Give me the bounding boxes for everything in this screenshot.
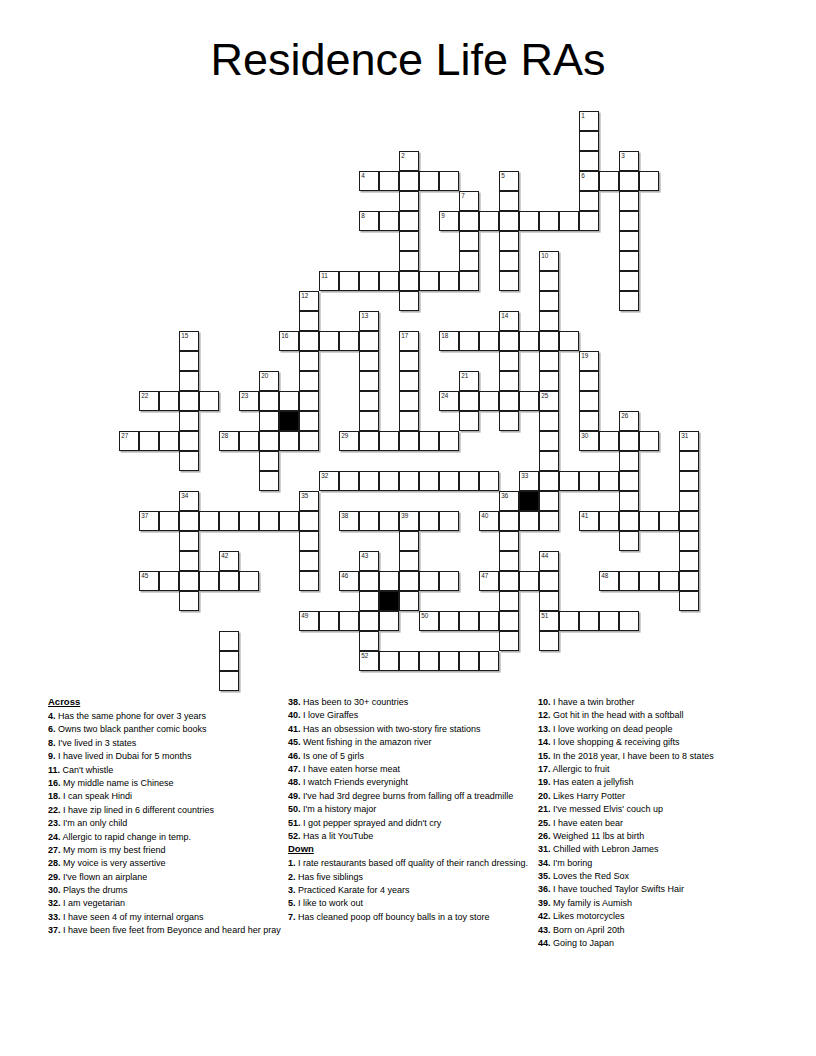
clue-24-across: 24. Allergic to rapid change in temp. bbox=[48, 832, 293, 843]
clue-20-down: 20. Likes Harry Potter bbox=[538, 791, 810, 802]
grid-cell[interactable] bbox=[399, 391, 419, 411]
grid-cell[interactable] bbox=[299, 311, 319, 331]
grid-cell[interactable]: 51 bbox=[539, 611, 559, 631]
grid-cell[interactable]: 27 bbox=[119, 431, 139, 451]
grid-cell[interactable] bbox=[619, 611, 639, 631]
grid-cell[interactable] bbox=[459, 231, 479, 251]
cell-number: 34 bbox=[181, 493, 188, 499]
grid-cell[interactable] bbox=[359, 411, 379, 431]
cell-number: 39 bbox=[401, 513, 408, 519]
grid-cell[interactable]: 42 bbox=[219, 551, 239, 571]
grid-cell[interactable] bbox=[399, 211, 419, 231]
grid-cell[interactable] bbox=[179, 451, 199, 471]
grid-cell[interactable]: 12 bbox=[299, 291, 319, 311]
grid-cell[interactable] bbox=[539, 331, 559, 351]
grid-cell[interactable]: 20 bbox=[259, 371, 279, 391]
grid-cell[interactable] bbox=[339, 611, 359, 631]
grid-cell[interactable] bbox=[619, 571, 639, 591]
grid-cell[interactable] bbox=[399, 351, 419, 371]
grid-cell[interactable] bbox=[559, 471, 579, 491]
grid-cell[interactable] bbox=[239, 571, 259, 591]
grid-cell[interactable] bbox=[579, 471, 599, 491]
grid-cell[interactable] bbox=[619, 471, 639, 491]
grid-cell[interactable] bbox=[579, 391, 599, 411]
grid-cell[interactable] bbox=[179, 411, 199, 431]
grid-cell[interactable] bbox=[579, 211, 599, 231]
grid-cell[interactable] bbox=[379, 271, 399, 291]
grid-cell[interactable] bbox=[399, 191, 419, 211]
grid-cell[interactable] bbox=[419, 511, 439, 531]
grid-cell[interactable]: 21 bbox=[459, 371, 479, 391]
grid-cell[interactable] bbox=[619, 451, 639, 471]
clue-number: 3. bbox=[288, 885, 296, 895]
grid-cell[interactable] bbox=[379, 651, 399, 671]
grid-cell[interactable] bbox=[419, 571, 439, 591]
grid-cell[interactable] bbox=[499, 571, 519, 591]
grid-cell[interactable] bbox=[439, 431, 459, 451]
grid-cell[interactable] bbox=[539, 291, 559, 311]
grid-cell[interactable] bbox=[179, 571, 199, 591]
grid-cell[interactable] bbox=[399, 571, 419, 591]
grid-cell[interactable] bbox=[179, 391, 199, 411]
grid-cell[interactable] bbox=[639, 571, 659, 591]
grid-cell[interactable] bbox=[439, 471, 459, 491]
clue-number: 29. bbox=[48, 872, 61, 882]
grid-cell[interactable] bbox=[539, 631, 559, 651]
grid-cell[interactable]: 9 bbox=[439, 211, 459, 231]
grid-cell[interactable] bbox=[499, 331, 519, 351]
grid-cell[interactable]: 30 bbox=[579, 431, 599, 451]
grid-cell[interactable] bbox=[539, 591, 559, 611]
grid-cell[interactable]: 4 bbox=[359, 171, 379, 191]
grid-cell[interactable] bbox=[579, 151, 599, 171]
grid-cell[interactable] bbox=[279, 511, 299, 531]
grid-cell[interactable]: 41 bbox=[579, 511, 599, 531]
grid-cell[interactable] bbox=[239, 431, 259, 451]
grid-cell[interactable] bbox=[399, 251, 419, 271]
grid-cell[interactable]: 5 bbox=[499, 171, 519, 191]
grid-cell[interactable] bbox=[539, 271, 559, 291]
grid-cell[interactable] bbox=[419, 651, 439, 671]
clue-34-down: 34. I'm boring bbox=[538, 858, 810, 869]
grid-cell[interactable] bbox=[339, 331, 359, 351]
grid-cell[interactable] bbox=[539, 571, 559, 591]
grid-cell[interactable] bbox=[499, 591, 519, 611]
grid-cell[interactable] bbox=[379, 211, 399, 231]
grid-cell[interactable]: 32 bbox=[319, 471, 339, 491]
grid-cell[interactable] bbox=[399, 651, 419, 671]
grid-cell[interactable]: 28 bbox=[219, 431, 239, 451]
grid-cell[interactable] bbox=[679, 511, 699, 531]
grid-cell[interactable] bbox=[179, 511, 199, 531]
grid-cell[interactable] bbox=[359, 631, 379, 651]
grid-cell[interactable] bbox=[679, 471, 699, 491]
grid-cell[interactable] bbox=[519, 511, 539, 531]
grid-cell[interactable] bbox=[219, 571, 239, 591]
grid-cell[interactable] bbox=[439, 611, 459, 631]
grid-cell[interactable] bbox=[359, 471, 379, 491]
grid-cell[interactable] bbox=[679, 551, 699, 571]
grid-cell[interactable] bbox=[539, 411, 559, 431]
grid-cell[interactable] bbox=[359, 391, 379, 411]
grid-cell[interactable]: 35 bbox=[299, 491, 319, 511]
clue-number: 27. bbox=[48, 845, 61, 855]
grid-cell[interactable] bbox=[399, 411, 419, 431]
grid-cell[interactable] bbox=[619, 271, 639, 291]
grid-cell[interactable] bbox=[299, 411, 319, 431]
clue-number: 23. bbox=[48, 818, 61, 828]
grid-cell[interactable] bbox=[559, 211, 579, 231]
grid-cell[interactable]: 19 bbox=[579, 351, 599, 371]
cell-number: 29 bbox=[341, 433, 348, 439]
clue-number: 49. bbox=[288, 791, 301, 801]
grid-cell[interactable] bbox=[579, 411, 599, 431]
grid-cell[interactable] bbox=[559, 611, 579, 631]
grid-cell[interactable] bbox=[159, 391, 179, 411]
grid-cell[interactable] bbox=[619, 191, 639, 211]
clue-38-across: 38. Has been to 30+ countries bbox=[288, 697, 540, 708]
grid-cell[interactable] bbox=[379, 611, 399, 631]
grid-cell[interactable] bbox=[579, 131, 599, 151]
grid-cell[interactable] bbox=[619, 491, 639, 511]
grid-cell[interactable] bbox=[459, 251, 479, 271]
grid-cell[interactable] bbox=[499, 611, 519, 631]
grid-cell[interactable] bbox=[379, 471, 399, 491]
grid-cell[interactable] bbox=[399, 371, 419, 391]
grid-cell[interactable]: 45 bbox=[139, 571, 159, 591]
grid-cell[interactable] bbox=[279, 431, 299, 451]
clue-10-down: 10. I have a twin brother bbox=[538, 697, 810, 708]
grid-cell[interactable] bbox=[599, 171, 619, 191]
grid-cell[interactable] bbox=[519, 211, 539, 231]
grid-cell[interactable]: 34 bbox=[179, 491, 199, 511]
grid-cell[interactable] bbox=[399, 471, 419, 491]
grid-cell[interactable] bbox=[459, 391, 479, 411]
grid-cell[interactable] bbox=[299, 351, 319, 371]
clue-11-across: 11. Can't whistle bbox=[48, 765, 293, 776]
grid-cell[interactable] bbox=[619, 171, 639, 191]
clue-40-across: 40. I love Giraffes bbox=[288, 710, 540, 721]
clue-6-across: 6. Owns two black panther comic books bbox=[48, 724, 293, 735]
grid-cell[interactable] bbox=[359, 331, 379, 351]
cell-number: 10 bbox=[541, 253, 548, 259]
grid-cell[interactable] bbox=[359, 271, 379, 291]
grid-cell[interactable] bbox=[259, 411, 279, 431]
clue-number: 22. bbox=[48, 805, 61, 815]
grid-cell[interactable] bbox=[499, 251, 519, 271]
grid-cell[interactable] bbox=[399, 171, 419, 191]
grid-cell[interactable] bbox=[539, 511, 559, 531]
grid-cell[interactable]: 38 bbox=[339, 511, 359, 531]
grid-cell[interactable]: 29 bbox=[339, 431, 359, 451]
grid-cell[interactable] bbox=[359, 351, 379, 371]
grid-cell[interactable] bbox=[499, 211, 519, 231]
grid-cell[interactable] bbox=[279, 391, 299, 411]
grid-cell[interactable] bbox=[399, 291, 419, 311]
grid-cell[interactable] bbox=[539, 451, 559, 471]
grid-cell[interactable] bbox=[439, 511, 459, 531]
grid-cell[interactable] bbox=[439, 171, 459, 191]
grid-cell[interactable] bbox=[419, 471, 439, 491]
grid-cell[interactable] bbox=[219, 511, 239, 531]
grid-cell[interactable] bbox=[619, 531, 639, 551]
clue-25-down: 25. I have eaten bear bbox=[538, 818, 810, 829]
grid-cell[interactable]: 50 bbox=[419, 611, 439, 631]
grid-cell[interactable] bbox=[639, 511, 659, 531]
grid-cell[interactable] bbox=[619, 431, 639, 451]
grid-cell[interactable] bbox=[499, 511, 519, 531]
clue-list-across-2: 38. Has been to 30+ countries40. I love … bbox=[288, 697, 540, 842]
grid-cell[interactable] bbox=[439, 271, 459, 291]
grid-cell[interactable] bbox=[359, 571, 379, 591]
grid-cell[interactable] bbox=[579, 371, 599, 391]
grid-cell[interactable]: 26 bbox=[619, 411, 639, 431]
grid-cell[interactable]: 49 bbox=[299, 611, 319, 631]
grid-cell[interactable] bbox=[679, 451, 699, 471]
grid-cell[interactable] bbox=[359, 371, 379, 391]
clue-number: 36. bbox=[538, 884, 551, 894]
grid-cell[interactable] bbox=[199, 511, 219, 531]
grid-cell[interactable] bbox=[459, 651, 479, 671]
grid-cell[interactable] bbox=[479, 471, 499, 491]
grid-cell[interactable] bbox=[679, 571, 699, 591]
grid-cell[interactable] bbox=[499, 351, 519, 371]
grid-cell[interactable] bbox=[259, 391, 279, 411]
grid-cell[interactable] bbox=[499, 631, 519, 651]
grid-cell[interactable]: 6 bbox=[579, 171, 599, 191]
grid-cell[interactable] bbox=[179, 371, 199, 391]
grid-cell[interactable] bbox=[319, 611, 339, 631]
grid-cell[interactable] bbox=[679, 531, 699, 551]
grid-cell[interactable] bbox=[479, 331, 499, 351]
grid-cell[interactable]: 52 bbox=[359, 651, 379, 671]
grid-cell[interactable]: 10 bbox=[539, 251, 559, 271]
grid-cell[interactable] bbox=[299, 331, 319, 351]
grid-cell[interactable]: 31 bbox=[679, 431, 699, 451]
grid-cell[interactable] bbox=[519, 391, 539, 411]
grid-cell[interactable] bbox=[359, 611, 379, 631]
grid-cell[interactable] bbox=[639, 431, 659, 451]
grid-cell[interactable] bbox=[459, 411, 479, 431]
grid-cell[interactable] bbox=[599, 471, 619, 491]
grid-cell[interactable] bbox=[499, 231, 519, 251]
grid-cell[interactable] bbox=[259, 471, 279, 491]
grid-cell[interactable] bbox=[519, 331, 539, 351]
grid-cell[interactable]: 37 bbox=[139, 511, 159, 531]
grid-cell[interactable] bbox=[639, 171, 659, 191]
grid-cell[interactable] bbox=[319, 331, 339, 351]
grid-cell[interactable] bbox=[659, 571, 679, 591]
clue-number: 17. bbox=[538, 764, 551, 774]
grid-cell[interactable] bbox=[499, 411, 519, 431]
grid-cell[interactable] bbox=[199, 391, 219, 411]
grid-cell[interactable] bbox=[179, 351, 199, 371]
grid-cell[interactable] bbox=[159, 431, 179, 451]
clue-list-down-1: 1. I rate restaurants based off quality … bbox=[288, 858, 540, 922]
grid-cell[interactable]: 39 bbox=[399, 511, 419, 531]
clue-number: 24. bbox=[48, 832, 61, 842]
clue-14-down: 14. I love shopping & receiving gifts bbox=[538, 737, 810, 748]
grid-cell[interactable] bbox=[379, 171, 399, 191]
grid-cell[interactable] bbox=[579, 611, 599, 631]
grid-cell[interactable] bbox=[179, 531, 199, 551]
grid-cell[interactable] bbox=[179, 551, 199, 571]
grid-cell[interactable]: 7 bbox=[459, 191, 479, 211]
grid-cell[interactable] bbox=[359, 591, 379, 611]
grid-cell[interactable] bbox=[619, 231, 639, 251]
grid-cell[interactable] bbox=[679, 491, 699, 511]
grid-cell[interactable] bbox=[299, 531, 319, 551]
cell-number: 33 bbox=[521, 473, 528, 479]
grid-cell[interactable] bbox=[539, 371, 559, 391]
grid-cell[interactable] bbox=[399, 231, 419, 251]
grid-cell[interactable] bbox=[419, 171, 439, 191]
grid-cell[interactable] bbox=[619, 291, 639, 311]
grid-cell[interactable] bbox=[379, 511, 399, 531]
clue-number: 43. bbox=[538, 925, 551, 935]
grid-cell[interactable] bbox=[399, 591, 419, 611]
grid-cell[interactable] bbox=[239, 511, 259, 531]
grid-cell[interactable]: 24 bbox=[439, 391, 459, 411]
grid-cell[interactable] bbox=[179, 431, 199, 451]
grid-cell[interactable] bbox=[619, 211, 639, 231]
grid-cell[interactable] bbox=[559, 331, 579, 351]
grid-cell[interactable] bbox=[539, 351, 559, 371]
clue-number: 16. bbox=[48, 778, 61, 788]
grid-cell[interactable] bbox=[459, 271, 479, 291]
grid-cell[interactable]: 16 bbox=[279, 331, 299, 351]
grid-cell[interactable] bbox=[419, 271, 439, 291]
grid-cell[interactable] bbox=[539, 491, 559, 511]
grid-cell[interactable]: 40 bbox=[479, 511, 499, 531]
grid-cell[interactable]: 15 bbox=[179, 331, 199, 351]
grid-cell[interactable]: 13 bbox=[359, 311, 379, 331]
grid-cell[interactable] bbox=[299, 391, 319, 411]
grid-cell[interactable] bbox=[419, 431, 439, 451]
grid-cell[interactable] bbox=[299, 431, 319, 451]
cell-number: 14 bbox=[501, 313, 508, 319]
grid-cell[interactable] bbox=[379, 431, 399, 451]
grid-cell[interactable] bbox=[219, 651, 239, 671]
cell-number: 32 bbox=[321, 473, 328, 479]
grid-cell[interactable] bbox=[499, 371, 519, 391]
grid-cell[interactable]: 36 bbox=[499, 491, 519, 511]
grid-cell[interactable] bbox=[159, 571, 179, 591]
clue-number: 45. bbox=[288, 737, 301, 747]
grid-cell[interactable] bbox=[479, 211, 499, 231]
grid-cell[interactable] bbox=[539, 211, 559, 231]
grid-cell[interactable] bbox=[339, 271, 359, 291]
grid-cell[interactable] bbox=[459, 471, 479, 491]
grid-cell[interactable] bbox=[619, 251, 639, 271]
grid-cell[interactable]: 25 bbox=[539, 391, 559, 411]
cell-number: 25 bbox=[541, 393, 548, 399]
grid-cell[interactable]: 43 bbox=[359, 551, 379, 571]
clue-45-across: 45. Went fishing in the amazon river bbox=[288, 737, 540, 748]
grid-cell[interactable] bbox=[399, 431, 419, 451]
grid-cell[interactable] bbox=[599, 511, 619, 531]
grid-cell[interactable]: 47 bbox=[479, 571, 499, 591]
grid-cell[interactable] bbox=[579, 191, 599, 211]
grid-cell[interactable] bbox=[219, 631, 239, 651]
grid-cell[interactable] bbox=[599, 431, 619, 451]
grid-cell[interactable] bbox=[659, 511, 679, 531]
clue-51-across: 51. I got pepper sprayed and didn't cry bbox=[288, 818, 540, 829]
grid-cell[interactable] bbox=[479, 611, 499, 631]
grid-cell[interactable] bbox=[499, 191, 519, 211]
grid-cell[interactable]: 2 bbox=[399, 151, 419, 171]
grid-cell[interactable]: 23 bbox=[239, 391, 259, 411]
grid-cell[interactable] bbox=[439, 651, 459, 671]
grid-cell[interactable]: 44 bbox=[539, 551, 559, 571]
grid-cell[interactable] bbox=[379, 571, 399, 591]
grid-cell[interactable] bbox=[399, 531, 419, 551]
grid-cell[interactable] bbox=[539, 431, 559, 451]
grid-cell[interactable] bbox=[139, 431, 159, 451]
cell-number: 38 bbox=[341, 513, 348, 519]
grid-cell[interactable] bbox=[259, 431, 279, 451]
grid-cell[interactable] bbox=[159, 511, 179, 531]
grid-cell[interactable] bbox=[299, 551, 319, 571]
grid-cell[interactable] bbox=[459, 331, 479, 351]
grid-cell[interactable]: 8 bbox=[359, 211, 379, 231]
grid-cell[interactable] bbox=[359, 431, 379, 451]
grid-cell[interactable]: 11 bbox=[319, 271, 339, 291]
clue-number: 37. bbox=[48, 925, 61, 935]
grid-cell[interactable] bbox=[459, 211, 479, 231]
grid-cell[interactable]: 3 bbox=[619, 151, 639, 171]
grid-cell[interactable] bbox=[339, 471, 359, 491]
grid-cell[interactable] bbox=[359, 511, 379, 531]
grid-cell[interactable] bbox=[259, 511, 279, 531]
cell-number: 26 bbox=[621, 413, 628, 419]
grid-cell[interactable] bbox=[519, 571, 539, 591]
grid-cell[interactable] bbox=[299, 371, 319, 391]
grid-cell[interactable]: 33 bbox=[519, 471, 539, 491]
grid-cell[interactable]: 17 bbox=[399, 331, 419, 351]
grid-cell[interactable] bbox=[199, 571, 219, 591]
grid-cell[interactable]: 22 bbox=[139, 391, 159, 411]
clue-36-down: 36. I have touched Taylor Swifts Hair bbox=[538, 884, 810, 895]
grid-cell[interactable] bbox=[499, 551, 519, 571]
grid-cell[interactable] bbox=[219, 671, 239, 691]
grid-cell[interactable] bbox=[399, 271, 419, 291]
grid-cell[interactable] bbox=[599, 611, 619, 631]
grid-cell[interactable] bbox=[459, 611, 479, 631]
grid-cell[interactable]: 48 bbox=[599, 571, 619, 591]
grid-cell[interactable] bbox=[439, 571, 459, 591]
grid-cell[interactable] bbox=[499, 391, 519, 411]
grid-cell[interactable]: 14 bbox=[499, 311, 519, 331]
grid-cell[interactable]: 18 bbox=[439, 331, 459, 351]
grid-cell[interactable]: 46 bbox=[339, 571, 359, 591]
grid-cell[interactable] bbox=[479, 651, 499, 671]
grid-cell[interactable] bbox=[299, 571, 319, 591]
grid-cell[interactable] bbox=[179, 591, 199, 611]
grid-cell[interactable] bbox=[299, 511, 319, 531]
grid-cell[interactable] bbox=[539, 311, 559, 331]
grid-cell[interactable] bbox=[259, 451, 279, 471]
grid-cell[interactable] bbox=[679, 591, 699, 611]
grid-cell[interactable] bbox=[539, 471, 559, 491]
grid-cell[interactable] bbox=[619, 511, 639, 531]
grid-cell[interactable] bbox=[479, 391, 499, 411]
grid-cell[interactable] bbox=[399, 551, 419, 571]
grid-cell[interactable]: 1 bbox=[579, 111, 599, 131]
clue-12-down: 12. Got hit in the head with a softball bbox=[538, 710, 810, 721]
grid-cell[interactable] bbox=[499, 271, 519, 291]
grid-cell[interactable] bbox=[499, 531, 519, 551]
